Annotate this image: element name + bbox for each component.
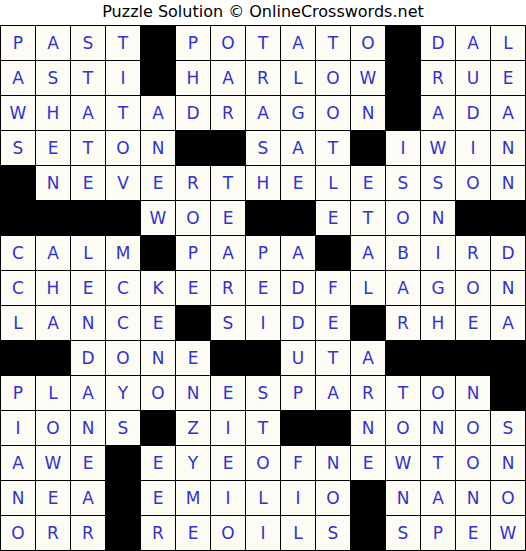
letter-cell: I bbox=[421, 236, 456, 271]
letter-cell: T bbox=[351, 201, 386, 236]
block-cell bbox=[281, 201, 316, 236]
letter-cell: E bbox=[176, 271, 211, 306]
block-cell bbox=[386, 26, 421, 61]
letter-cell: O bbox=[316, 96, 351, 131]
letter-cell: N bbox=[491, 131, 526, 166]
letter-cell: O bbox=[456, 166, 491, 201]
letter-cell: N bbox=[1, 481, 36, 516]
letter-cell: N bbox=[351, 411, 386, 446]
letter-cell: O bbox=[456, 411, 491, 446]
letter-cell: E bbox=[211, 376, 246, 411]
letter-cell: O bbox=[141, 376, 176, 411]
letter-cell: E bbox=[281, 166, 316, 201]
block-cell bbox=[246, 341, 281, 376]
block-cell bbox=[491, 201, 526, 236]
letter-cell: A bbox=[1, 446, 36, 481]
block-cell bbox=[141, 236, 176, 271]
letter-cell: P bbox=[1, 376, 36, 411]
letter-cell: L bbox=[246, 481, 281, 516]
letter-cell: N bbox=[351, 96, 386, 131]
letter-cell: O bbox=[176, 201, 211, 236]
block-cell bbox=[351, 306, 386, 341]
block-cell bbox=[1, 341, 36, 376]
letter-cell: H bbox=[176, 61, 211, 96]
letter-cell: E bbox=[141, 166, 176, 201]
letter-cell: W bbox=[141, 201, 176, 236]
letter-cell: L bbox=[36, 376, 71, 411]
block-cell bbox=[176, 131, 211, 166]
letter-cell: A bbox=[421, 481, 456, 516]
letter-cell: S bbox=[386, 516, 421, 551]
letter-cell: N bbox=[176, 376, 211, 411]
letter-cell: S bbox=[106, 411, 141, 446]
letter-cell: N bbox=[491, 166, 526, 201]
letter-cell: K bbox=[141, 271, 176, 306]
letter-cell: O bbox=[456, 271, 491, 306]
letter-cell: M bbox=[176, 481, 211, 516]
letter-cell: A bbox=[351, 341, 386, 376]
letter-cell: D bbox=[281, 271, 316, 306]
letter-cell: V bbox=[106, 166, 141, 201]
block-cell bbox=[351, 131, 386, 166]
letter-cell: N bbox=[316, 446, 351, 481]
letter-cell: P bbox=[246, 236, 281, 271]
block-cell bbox=[316, 411, 351, 446]
letter-cell: A bbox=[211, 61, 246, 96]
block-cell bbox=[36, 201, 71, 236]
letter-cell: E bbox=[316, 306, 351, 341]
letter-cell: O bbox=[316, 481, 351, 516]
letter-cell: Y bbox=[106, 376, 141, 411]
letter-cell: U bbox=[281, 341, 316, 376]
letter-cell: E bbox=[211, 446, 246, 481]
letter-cell: I bbox=[106, 61, 141, 96]
letter-cell: R bbox=[211, 96, 246, 131]
letter-cell: N bbox=[456, 481, 491, 516]
letter-cell: T bbox=[71, 131, 106, 166]
letter-cell: S bbox=[246, 131, 281, 166]
letter-cell: C bbox=[106, 306, 141, 341]
letter-cell: A bbox=[1, 61, 36, 96]
letter-cell: A bbox=[71, 481, 106, 516]
letter-cell: W bbox=[491, 516, 526, 551]
letter-cell: N bbox=[421, 201, 456, 236]
block-cell bbox=[491, 341, 526, 376]
letter-cell: A bbox=[141, 96, 176, 131]
letter-cell: A bbox=[386, 271, 421, 306]
block-cell bbox=[106, 446, 141, 481]
letter-cell: W bbox=[1, 96, 36, 131]
letter-cell: N bbox=[71, 411, 106, 446]
letter-cell: A bbox=[491, 96, 526, 131]
letter-cell: T bbox=[106, 26, 141, 61]
letter-cell: H bbox=[36, 271, 71, 306]
letter-cell: L bbox=[351, 271, 386, 306]
letter-cell: I bbox=[386, 131, 421, 166]
letter-cell: W bbox=[351, 61, 386, 96]
letter-cell: P bbox=[176, 26, 211, 61]
letter-cell: A bbox=[36, 26, 71, 61]
letter-cell: Z bbox=[176, 411, 211, 446]
block-cell bbox=[1, 201, 36, 236]
page-title: Puzzle Solution © OnlineCrosswords.net bbox=[0, 0, 526, 25]
block-cell bbox=[1, 166, 36, 201]
letter-cell: E bbox=[246, 271, 281, 306]
letter-cell: E bbox=[141, 306, 176, 341]
letter-cell: S bbox=[386, 166, 421, 201]
letter-cell: H bbox=[246, 166, 281, 201]
letter-cell: W bbox=[421, 131, 456, 166]
letter-cell: A bbox=[456, 26, 491, 61]
letter-cell: T bbox=[106, 96, 141, 131]
letter-cell: O bbox=[106, 131, 141, 166]
letter-cell: O bbox=[246, 446, 281, 481]
letter-cell: E bbox=[176, 341, 211, 376]
letter-cell: Y bbox=[176, 446, 211, 481]
letter-cell: O bbox=[456, 446, 491, 481]
letter-cell: I bbox=[1, 411, 36, 446]
block-cell bbox=[176, 306, 211, 341]
letter-cell: T bbox=[71, 61, 106, 96]
letter-cell: I bbox=[246, 306, 281, 341]
letter-cell: I bbox=[246, 516, 281, 551]
block-cell bbox=[211, 131, 246, 166]
letter-cell: T bbox=[386, 376, 421, 411]
letter-cell: D bbox=[456, 96, 491, 131]
letter-cell: O bbox=[316, 61, 351, 96]
letter-cell: E bbox=[36, 481, 71, 516]
letter-cell: R bbox=[141, 516, 176, 551]
letter-cell: C bbox=[1, 236, 36, 271]
letter-cell: R bbox=[386, 306, 421, 341]
letter-cell: O bbox=[421, 376, 456, 411]
letter-cell: G bbox=[421, 271, 456, 306]
block-cell bbox=[36, 341, 71, 376]
letter-cell: N bbox=[71, 306, 106, 341]
letter-cell: N bbox=[36, 166, 71, 201]
letter-cell: M bbox=[106, 236, 141, 271]
letter-cell: G bbox=[281, 96, 316, 131]
block-cell bbox=[491, 376, 526, 411]
letter-cell: A bbox=[491, 306, 526, 341]
letter-cell: O bbox=[36, 411, 71, 446]
letter-cell: T bbox=[246, 411, 281, 446]
letter-cell: N bbox=[491, 446, 526, 481]
letter-cell: I bbox=[211, 481, 246, 516]
block-cell bbox=[386, 61, 421, 96]
block-cell bbox=[456, 341, 491, 376]
letter-cell: C bbox=[1, 271, 36, 306]
letter-cell: S bbox=[36, 61, 71, 96]
letter-cell: A bbox=[71, 96, 106, 131]
letter-cell: O bbox=[1, 516, 36, 551]
letter-cell: E bbox=[176, 516, 211, 551]
letter-cell: A bbox=[36, 306, 71, 341]
letter-cell: N bbox=[491, 271, 526, 306]
letter-cell: I bbox=[281, 481, 316, 516]
block-cell bbox=[316, 236, 351, 271]
block-cell bbox=[456, 201, 491, 236]
letter-cell: S bbox=[316, 516, 351, 551]
letter-cell: T bbox=[211, 166, 246, 201]
block-cell bbox=[246, 201, 281, 236]
letter-cell: I bbox=[211, 411, 246, 446]
letter-cell: T bbox=[246, 26, 281, 61]
letter-cell: S bbox=[211, 306, 246, 341]
letter-cell: E bbox=[141, 446, 176, 481]
letter-cell: I bbox=[456, 131, 491, 166]
letter-cell: E bbox=[71, 271, 106, 306]
block-cell bbox=[141, 61, 176, 96]
letter-cell: A bbox=[211, 236, 246, 271]
letter-cell: P bbox=[281, 376, 316, 411]
letter-cell: E bbox=[491, 61, 526, 96]
letter-cell: P bbox=[421, 516, 456, 551]
letter-cell: O bbox=[211, 516, 246, 551]
letter-cell: L bbox=[71, 236, 106, 271]
letter-cell: L bbox=[1, 306, 36, 341]
letter-cell: L bbox=[281, 61, 316, 96]
letter-cell: U bbox=[456, 61, 491, 96]
crossword-grid: PASTPOTATODALASTIHARLOWRUEWHATADRAGONADA… bbox=[0, 25, 526, 551]
block-cell bbox=[281, 411, 316, 446]
letter-cell: A bbox=[421, 96, 456, 131]
letter-cell: S bbox=[246, 376, 281, 411]
letter-cell: E bbox=[71, 446, 106, 481]
letter-cell: L bbox=[281, 516, 316, 551]
block-cell bbox=[421, 341, 456, 376]
block-cell bbox=[386, 96, 421, 131]
letter-cell: N bbox=[141, 341, 176, 376]
letter-cell: E bbox=[456, 516, 491, 551]
letter-cell: A bbox=[281, 131, 316, 166]
letter-cell: R bbox=[36, 516, 71, 551]
letter-cell: O bbox=[211, 26, 246, 61]
letter-cell: A bbox=[71, 376, 106, 411]
letter-cell: L bbox=[491, 26, 526, 61]
letter-cell: L bbox=[316, 166, 351, 201]
letter-cell: T bbox=[421, 446, 456, 481]
block-cell bbox=[141, 411, 176, 446]
letter-cell: N bbox=[456, 376, 491, 411]
letter-cell: D bbox=[281, 306, 316, 341]
letter-cell: T bbox=[316, 26, 351, 61]
letter-cell: E bbox=[316, 201, 351, 236]
letter-cell: S bbox=[71, 26, 106, 61]
letter-cell: D bbox=[176, 96, 211, 131]
letter-cell: R bbox=[246, 61, 281, 96]
letter-cell: C bbox=[106, 271, 141, 306]
letter-cell: F bbox=[281, 446, 316, 481]
letter-cell: O bbox=[386, 411, 421, 446]
letter-cell: O bbox=[106, 341, 141, 376]
letter-cell: R bbox=[211, 271, 246, 306]
letter-cell: R bbox=[71, 516, 106, 551]
letter-cell: A bbox=[351, 236, 386, 271]
block-cell bbox=[71, 201, 106, 236]
letter-cell: R bbox=[456, 236, 491, 271]
letter-cell: O bbox=[491, 481, 526, 516]
letter-cell: T bbox=[316, 131, 351, 166]
letter-cell: A bbox=[281, 236, 316, 271]
letter-cell: N bbox=[141, 131, 176, 166]
block-cell bbox=[351, 481, 386, 516]
block-cell bbox=[106, 516, 141, 551]
letter-cell: E bbox=[71, 166, 106, 201]
letter-cell: A bbox=[246, 96, 281, 131]
letter-cell: D bbox=[491, 236, 526, 271]
letter-cell: S bbox=[1, 131, 36, 166]
letter-cell: P bbox=[1, 26, 36, 61]
letter-cell: E bbox=[36, 131, 71, 166]
block-cell bbox=[106, 201, 141, 236]
letter-cell: D bbox=[71, 341, 106, 376]
letter-cell: E bbox=[351, 166, 386, 201]
letter-cell: E bbox=[456, 306, 491, 341]
letter-cell: B bbox=[386, 236, 421, 271]
letter-cell: F bbox=[316, 271, 351, 306]
letter-cell: A bbox=[36, 236, 71, 271]
block-cell bbox=[351, 516, 386, 551]
letter-cell: E bbox=[351, 446, 386, 481]
letter-cell: W bbox=[36, 446, 71, 481]
puzzle-solution-page: Puzzle Solution © OnlineCrosswords.net P… bbox=[0, 0, 526, 551]
letter-cell: T bbox=[316, 341, 351, 376]
letter-cell: O bbox=[351, 26, 386, 61]
letter-cell: N bbox=[421, 411, 456, 446]
block-cell bbox=[106, 481, 141, 516]
letter-cell: P bbox=[176, 236, 211, 271]
block-cell bbox=[386, 341, 421, 376]
letter-cell: D bbox=[421, 26, 456, 61]
letter-cell: O bbox=[386, 201, 421, 236]
letter-cell: H bbox=[421, 306, 456, 341]
letter-cell: R bbox=[351, 376, 386, 411]
letter-cell: E bbox=[141, 481, 176, 516]
letter-cell: E bbox=[211, 201, 246, 236]
letter-cell: A bbox=[316, 376, 351, 411]
block-cell bbox=[211, 341, 246, 376]
letter-cell: N bbox=[386, 481, 421, 516]
letter-cell: A bbox=[281, 26, 316, 61]
letter-cell: W bbox=[386, 446, 421, 481]
letter-cell: H bbox=[36, 96, 71, 131]
letter-cell: S bbox=[491, 411, 526, 446]
block-cell bbox=[141, 26, 176, 61]
letter-cell: R bbox=[176, 166, 211, 201]
letter-cell: S bbox=[421, 166, 456, 201]
letter-cell: R bbox=[421, 61, 456, 96]
